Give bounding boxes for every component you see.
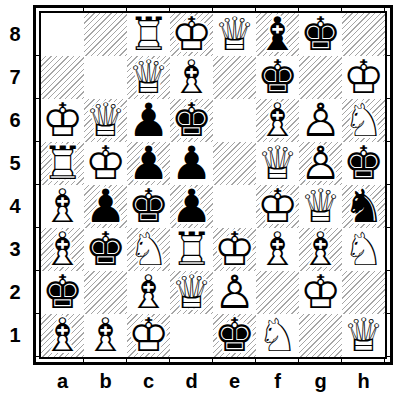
white-bishop-piece: ♝♗ xyxy=(84,314,127,357)
white-queen-piece: ♛♕ xyxy=(213,13,256,56)
file-label-b: b xyxy=(84,366,127,398)
square-e1[interactable]: ♚ xyxy=(213,314,256,357)
square-e5[interactable] xyxy=(213,142,256,185)
border-ticks-right xyxy=(387,13,390,357)
black-king-piece: ♚ xyxy=(213,314,256,357)
black-king-piece: ♚ xyxy=(84,228,127,271)
white-king-piece: ♚♔ xyxy=(127,314,170,357)
square-g1[interactable] xyxy=(299,314,342,357)
board-frame: ♜♖♚♔♛♕♝♚♛♕♝♗♚♚♔♚♔♛♕♟♚♝♗♟♙♞♘♜♖♚♔♟♟♛♕♟♙♚♝♗… xyxy=(33,5,393,365)
file-label-h: h xyxy=(342,366,385,398)
border-ticks-left xyxy=(36,13,39,357)
square-a1[interactable]: ♝♗ xyxy=(41,314,84,357)
rank-label-7: 7 xyxy=(0,56,30,99)
square-c1[interactable]: ♚♔ xyxy=(127,314,170,357)
rank-label-4: 4 xyxy=(0,185,30,228)
square-f3[interactable]: ♝♗ xyxy=(256,228,299,271)
board: ♜♖♚♔♛♕♝♚♛♕♝♗♚♚♔♚♔♛♕♟♚♝♗♟♙♞♘♜♖♚♔♟♟♛♕♟♙♚♝♗… xyxy=(39,11,387,359)
white-king-piece: ♚♔ xyxy=(299,271,342,314)
file-label-g: g xyxy=(299,366,342,398)
chess-diagram: 87654321 ♜♖♚♔♛♕♝♚♛♕♝♗♚♚♔♚♔♛♕♟♚♝♗♟♙♞♘♜♖♚♔… xyxy=(0,0,405,403)
rank-label-1: 1 xyxy=(0,314,30,357)
square-h3[interactable]: ♞♘ xyxy=(342,228,385,271)
rank-label-2: 2 xyxy=(0,271,30,314)
file-label-c: c xyxy=(127,366,170,398)
square-g2[interactable]: ♚♔ xyxy=(299,271,342,314)
rank-label-6: 6 xyxy=(0,99,30,142)
square-b3[interactable]: ♚ xyxy=(84,228,127,271)
file-label-e: e xyxy=(213,366,256,398)
rank-label-3: 3 xyxy=(0,228,30,271)
white-bishop-piece: ♝♗ xyxy=(256,228,299,271)
square-e7[interactable] xyxy=(213,56,256,99)
square-h1[interactable]: ♛♕ xyxy=(342,314,385,357)
white-bishop-piece: ♝♗ xyxy=(41,314,84,357)
square-b8[interactable] xyxy=(84,13,127,56)
square-d1[interactable] xyxy=(170,314,213,357)
white-queen-piece: ♛♕ xyxy=(342,314,385,357)
file-label-f: f xyxy=(256,366,299,398)
white-queen-piece: ♛♕ xyxy=(170,271,213,314)
black-king-piece: ♚ xyxy=(299,13,342,56)
square-b1[interactable]: ♝♗ xyxy=(84,314,127,357)
square-d2[interactable]: ♛♕ xyxy=(170,271,213,314)
white-knight-piece: ♞♘ xyxy=(256,314,299,357)
rank-label-8: 8 xyxy=(0,13,30,56)
square-g8[interactable]: ♚ xyxy=(299,13,342,56)
square-e6[interactable] xyxy=(213,99,256,142)
file-labels: abcdefgh xyxy=(41,366,385,398)
square-e8[interactable]: ♛♕ xyxy=(213,13,256,56)
square-a8[interactable] xyxy=(41,13,84,56)
square-f1[interactable]: ♞♘ xyxy=(256,314,299,357)
file-label-d: d xyxy=(170,366,213,398)
rank-label-5: 5 xyxy=(0,142,30,185)
file-label-a: a xyxy=(41,366,84,398)
white-knight-piece: ♞♘ xyxy=(342,228,385,271)
